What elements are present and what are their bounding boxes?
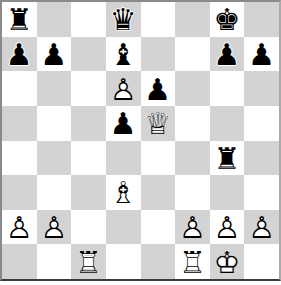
square-a7[interactable]: ♟ (2, 37, 37, 72)
piece-white-rook[interactable]: ♜♖ (175, 244, 210, 279)
square-h2[interactable]: ♟♙ (244, 210, 279, 245)
square-d1[interactable] (106, 244, 141, 279)
piece-black-pawn[interactable]: ♟ (106, 106, 141, 141)
square-e8[interactable] (141, 2, 176, 37)
square-e3[interactable] (141, 175, 176, 210)
square-c8[interactable] (71, 2, 106, 37)
square-a8[interactable]: ♜ (2, 2, 37, 37)
square-f6[interactable] (175, 71, 210, 106)
piece-fill-layer: ♜ (71, 245, 106, 280)
piece-glyph: ♟ (106, 107, 141, 142)
square-d3[interactable]: ♝♗ (106, 175, 141, 210)
square-b2[interactable]: ♟♙ (37, 210, 72, 245)
piece-white-pawn[interactable]: ♟♙ (2, 210, 37, 245)
piece-glyph: ♟ (2, 38, 37, 73)
piece-glyph: ♟ (244, 38, 279, 73)
square-g1[interactable]: ♚♔ (210, 244, 245, 279)
square-a5[interactable] (2, 106, 37, 141)
square-f3[interactable] (175, 175, 210, 210)
piece-white-pawn[interactable]: ♟♙ (244, 210, 279, 245)
piece-glyph: ♟ (141, 72, 176, 107)
square-b5[interactable] (37, 106, 72, 141)
square-a3[interactable] (2, 175, 37, 210)
square-d4[interactable] (106, 141, 141, 176)
square-c4[interactable] (71, 141, 106, 176)
square-g3[interactable] (210, 175, 245, 210)
piece-black-rook[interactable]: ♜ (2, 2, 37, 37)
piece-black-pawn[interactable]: ♟ (2, 37, 37, 72)
square-h1[interactable] (244, 244, 279, 279)
square-d7[interactable]: ♝ (106, 37, 141, 72)
square-g5[interactable] (210, 106, 245, 141)
piece-white-queen[interactable]: ♛♕ (141, 106, 176, 141)
square-c7[interactable] (71, 37, 106, 72)
square-e7[interactable] (141, 37, 176, 72)
piece-fill-layer: ♟ (2, 211, 37, 246)
square-b3[interactable] (37, 175, 72, 210)
piece-glyph: ♜ (2, 3, 37, 38)
piece-outline-layer: ♕ (141, 107, 176, 142)
square-d2[interactable] (106, 210, 141, 245)
square-a1[interactable] (2, 244, 37, 279)
piece-black-pawn[interactable]: ♟ (210, 37, 245, 72)
square-b1[interactable] (37, 244, 72, 279)
piece-fill-layer: ♟ (210, 211, 245, 246)
piece-fill-layer: ♜ (175, 245, 210, 280)
square-f1[interactable]: ♜♖ (175, 244, 210, 279)
piece-outline-layer: ♗ (106, 176, 141, 211)
square-h3[interactable] (244, 175, 279, 210)
square-f5[interactable] (175, 106, 210, 141)
square-f2[interactable]: ♟♙ (175, 210, 210, 245)
square-c3[interactable] (71, 175, 106, 210)
square-a6[interactable] (2, 71, 37, 106)
piece-white-rook[interactable]: ♜♖ (71, 244, 106, 279)
square-e6[interactable]: ♟ (141, 71, 176, 106)
piece-outline-layer: ♙ (210, 211, 245, 246)
piece-black-pawn[interactable]: ♟ (141, 71, 176, 106)
square-f4[interactable] (175, 141, 210, 176)
piece-glyph: ♜ (210, 142, 245, 177)
chess-diagram: ♜♛♚♟♟♝♟♟♟♙♟♟♛♕♜♝♗♟♙♟♙♟♙♟♙♟♙♜♖♜♖♚♔ (0, 0, 281, 285)
square-c5[interactable] (71, 106, 106, 141)
square-d5[interactable]: ♟ (106, 106, 141, 141)
square-b8[interactable] (37, 2, 72, 37)
square-a4[interactable] (2, 141, 37, 176)
piece-outline-layer: ♙ (37, 211, 72, 246)
piece-fill-layer: ♟ (106, 72, 141, 107)
piece-white-king[interactable]: ♚♔ (210, 244, 245, 279)
chess-board: ♜♛♚♟♟♝♟♟♟♙♟♟♛♕♜♝♗♟♙♟♙♟♙♟♙♟♙♜♖♜♖♚♔ (0, 0, 281, 281)
piece-outline-layer: ♙ (106, 72, 141, 107)
piece-outline-layer: ♙ (2, 211, 37, 246)
square-c2[interactable] (71, 210, 106, 245)
piece-black-pawn[interactable]: ♟ (244, 37, 279, 72)
square-h5[interactable] (244, 106, 279, 141)
piece-fill-layer: ♟ (244, 211, 279, 246)
piece-white-pawn[interactable]: ♟♙ (106, 71, 141, 106)
piece-black-king[interactable]: ♚ (210, 2, 245, 37)
square-g7[interactable]: ♟ (210, 37, 245, 72)
square-g8[interactable]: ♚ (210, 2, 245, 37)
piece-fill-layer: ♟ (175, 211, 210, 246)
piece-white-bishop[interactable]: ♝♗ (106, 175, 141, 210)
square-g6[interactable] (210, 71, 245, 106)
piece-white-pawn[interactable]: ♟♙ (175, 210, 210, 245)
piece-glyph: ♚ (210, 3, 245, 38)
piece-white-pawn[interactable]: ♟♙ (210, 210, 245, 245)
piece-outline-layer: ♔ (210, 245, 245, 280)
piece-black-bishop[interactable]: ♝ (106, 37, 141, 72)
piece-fill-layer: ♚ (210, 245, 245, 280)
piece-glyph: ♟ (210, 38, 245, 73)
piece-fill-layer: ♟ (37, 211, 72, 246)
piece-black-rook[interactable]: ♜ (210, 141, 245, 176)
piece-glyph: ♝ (106, 38, 141, 73)
piece-outline-layer: ♙ (175, 211, 210, 246)
square-b4[interactable] (37, 141, 72, 176)
square-e4[interactable] (141, 141, 176, 176)
piece-outline-layer: ♖ (175, 245, 210, 280)
piece-outline-layer: ♖ (71, 245, 106, 280)
square-e1[interactable] (141, 244, 176, 279)
square-b7[interactable]: ♟ (37, 37, 72, 72)
square-c1[interactable]: ♜♖ (71, 244, 106, 279)
piece-glyph: ♛ (106, 3, 141, 38)
square-d6[interactable]: ♟♙ (106, 71, 141, 106)
square-f7[interactable] (175, 37, 210, 72)
square-g2[interactable]: ♟♙ (210, 210, 245, 245)
square-a2[interactable]: ♟♙ (2, 210, 37, 245)
piece-white-pawn[interactable]: ♟♙ (37, 210, 72, 245)
square-c6[interactable] (71, 71, 106, 106)
square-f8[interactable] (175, 2, 210, 37)
piece-glyph: ♟ (37, 38, 72, 73)
square-h4[interactable] (244, 141, 279, 176)
piece-fill-layer: ♛ (141, 107, 176, 142)
square-h6[interactable] (244, 71, 279, 106)
square-g4[interactable]: ♜ (210, 141, 245, 176)
piece-fill-layer: ♝ (106, 176, 141, 211)
square-d8[interactable]: ♛ (106, 2, 141, 37)
piece-black-queen[interactable]: ♛ (106, 2, 141, 37)
piece-outline-layer: ♙ (244, 211, 279, 246)
piece-black-pawn[interactable]: ♟ (37, 37, 72, 72)
square-h7[interactable]: ♟ (244, 37, 279, 72)
square-e5[interactable]: ♛♕ (141, 106, 176, 141)
square-h8[interactable] (244, 2, 279, 37)
square-b6[interactable] (37, 71, 72, 106)
square-e2[interactable] (141, 210, 176, 245)
